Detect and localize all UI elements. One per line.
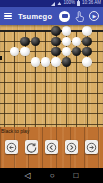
white-stone <box>62 37 71 46</box>
replay-reset-button[interactable] <box>25 140 39 154</box>
black-stone <box>20 37 29 46</box>
control-area: Black to play <box>0 127 103 168</box>
app-bar: Tsumego ▶ <box>0 7 103 25</box>
edge-mark <box>0 56 2 60</box>
white-stone <box>41 57 50 66</box>
skip-to-start-button[interactable] <box>5 140 19 154</box>
white-stone <box>82 57 91 66</box>
next-move-button[interactable] <box>65 140 79 154</box>
board-line <box>0 113 103 114</box>
android-nav-bar: ◁ ○ □ <box>0 168 103 183</box>
black-stone <box>82 47 91 56</box>
board-line <box>0 124 103 125</box>
board-line <box>0 93 103 94</box>
black-stone <box>82 37 91 46</box>
play-icon[interactable]: ▶ <box>89 11 99 21</box>
clock: 10:36 AM <box>82 1 101 6</box>
white-stone <box>72 37 81 46</box>
go-board[interactable] <box>0 25 103 127</box>
black-stone <box>51 26 60 35</box>
white-stone <box>10 47 19 56</box>
white-stone <box>51 57 60 66</box>
white-stone <box>31 57 40 66</box>
black-stone <box>31 37 40 46</box>
black-stone <box>51 37 60 46</box>
black-stone <box>51 47 60 56</box>
board-line <box>0 103 103 104</box>
move-toolbar <box>0 140 103 154</box>
white-stone <box>62 26 71 35</box>
black-stone <box>72 47 81 56</box>
board-line <box>0 82 103 83</box>
battery-icon <box>77 1 80 6</box>
board-display-icon[interactable] <box>59 11 70 22</box>
hand-touch-icon[interactable] <box>75 11 84 22</box>
status-bar: 100% 10:36 AM <box>0 0 103 7</box>
white-stone <box>62 47 71 56</box>
app-title: Tsumego <box>18 12 52 21</box>
hamburger-menu-icon[interactable] <box>4 13 12 19</box>
white-stone <box>82 26 91 35</box>
previous-move-button[interactable] <box>45 140 59 154</box>
wifi-icon <box>57 2 61 5</box>
recents-icon[interactable]: □ <box>74 172 79 180</box>
turn-status-text: Black to play <box>1 128 29 134</box>
board-line <box>0 72 103 73</box>
home-icon[interactable]: ○ <box>50 172 55 180</box>
signal-icon <box>51 2 55 6</box>
black-stone <box>62 57 71 66</box>
back-icon[interactable]: ◁ <box>25 172 31 180</box>
skip-to-end-button[interactable] <box>85 140 99 154</box>
white-stone <box>20 47 29 56</box>
battery-percent: 100% <box>63 1 75 6</box>
